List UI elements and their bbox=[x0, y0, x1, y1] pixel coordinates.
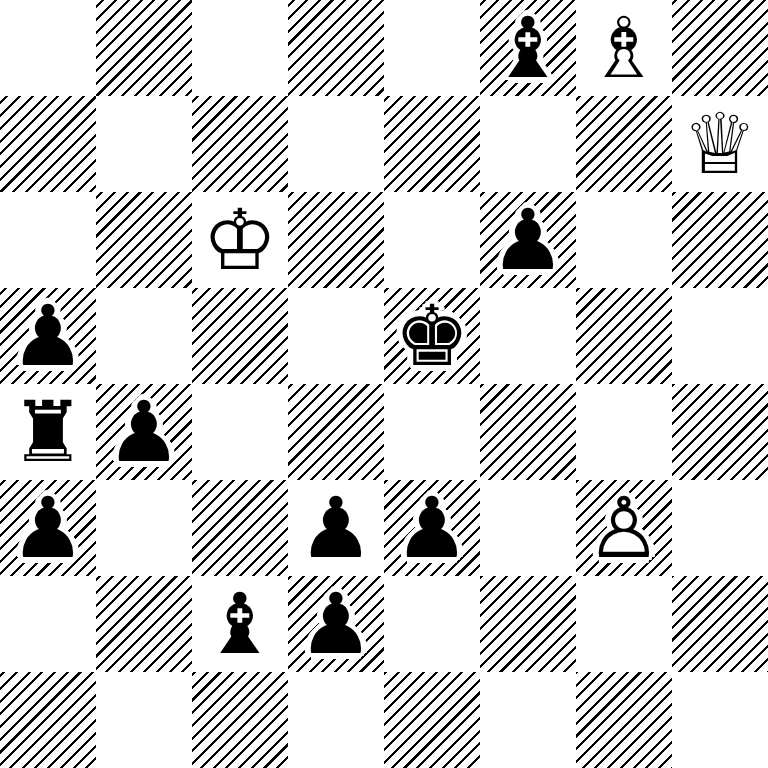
black-pawn[interactable]: ♟ bbox=[288, 576, 384, 672]
square-g7[interactable] bbox=[576, 96, 672, 192]
black-pawn[interactable]: ♟ bbox=[0, 288, 96, 384]
square-e4[interactable] bbox=[384, 384, 480, 480]
square-a3[interactable]: ♟ bbox=[0, 480, 96, 576]
black-pawn-glyph: ♟ bbox=[0, 480, 96, 576]
square-g5[interactable] bbox=[576, 288, 672, 384]
square-g6[interactable] bbox=[576, 192, 672, 288]
square-h4[interactable] bbox=[672, 384, 768, 480]
black-king-glyph: ♚ bbox=[384, 288, 480, 384]
square-d3[interactable]: ♟ bbox=[288, 480, 384, 576]
square-a2[interactable] bbox=[0, 576, 96, 672]
square-h1[interactable] bbox=[672, 672, 768, 768]
square-f2[interactable] bbox=[480, 576, 576, 672]
black-pawn-glyph: ♟ bbox=[0, 288, 96, 384]
white-bishop[interactable]: ♝♗ bbox=[576, 0, 672, 96]
square-c6[interactable]: ♚♔ bbox=[192, 192, 288, 288]
square-d7[interactable] bbox=[288, 96, 384, 192]
square-f5[interactable] bbox=[480, 288, 576, 384]
square-b6[interactable] bbox=[96, 192, 192, 288]
black-pawn-glyph: ♟ bbox=[288, 480, 384, 576]
square-g4[interactable] bbox=[576, 384, 672, 480]
square-d5[interactable] bbox=[288, 288, 384, 384]
square-e7[interactable] bbox=[384, 96, 480, 192]
chess-board: ♝♝♗♛♕♚♔♟♟♚♜♟♟♟♟♟♙♝♟ bbox=[0, 0, 768, 768]
square-a1[interactable] bbox=[0, 672, 96, 768]
square-b8[interactable] bbox=[96, 0, 192, 96]
square-f8[interactable]: ♝ bbox=[480, 0, 576, 96]
square-b3[interactable] bbox=[96, 480, 192, 576]
square-c4[interactable] bbox=[192, 384, 288, 480]
black-pawn[interactable]: ♟ bbox=[480, 192, 576, 288]
black-rook[interactable]: ♜ bbox=[0, 384, 96, 480]
square-g1[interactable] bbox=[576, 672, 672, 768]
square-g3[interactable]: ♟♙ bbox=[576, 480, 672, 576]
square-e6[interactable] bbox=[384, 192, 480, 288]
black-pawn-glyph: ♟ bbox=[384, 480, 480, 576]
square-e8[interactable] bbox=[384, 0, 480, 96]
square-b5[interactable] bbox=[96, 288, 192, 384]
square-c2[interactable]: ♝ bbox=[192, 576, 288, 672]
white-queen[interactable]: ♛♕ bbox=[672, 96, 768, 192]
square-a6[interactable] bbox=[0, 192, 96, 288]
square-h5[interactable] bbox=[672, 288, 768, 384]
square-g8[interactable]: ♝♗ bbox=[576, 0, 672, 96]
square-f3[interactable] bbox=[480, 480, 576, 576]
square-d6[interactable] bbox=[288, 192, 384, 288]
black-bishop[interactable]: ♝ bbox=[192, 576, 288, 672]
square-g2[interactable] bbox=[576, 576, 672, 672]
white-king-glyph: ♔ bbox=[192, 192, 288, 288]
square-e3[interactable]: ♟ bbox=[384, 480, 480, 576]
black-bishop[interactable]: ♝ bbox=[480, 0, 576, 96]
white-pawn[interactable]: ♟♙ bbox=[576, 480, 672, 576]
square-b2[interactable] bbox=[96, 576, 192, 672]
square-a4[interactable]: ♜ bbox=[0, 384, 96, 480]
white-queen-glyph: ♕ bbox=[672, 96, 768, 192]
square-a5[interactable]: ♟ bbox=[0, 288, 96, 384]
square-d8[interactable] bbox=[288, 0, 384, 96]
square-e2[interactable] bbox=[384, 576, 480, 672]
black-king[interactable]: ♚ bbox=[384, 288, 480, 384]
black-pawn-glyph: ♟ bbox=[288, 576, 384, 672]
black-bishop-glyph: ♝ bbox=[480, 0, 576, 96]
square-b1[interactable] bbox=[96, 672, 192, 768]
square-e1[interactable] bbox=[384, 672, 480, 768]
square-h7[interactable]: ♛♕ bbox=[672, 96, 768, 192]
square-f6[interactable]: ♟ bbox=[480, 192, 576, 288]
square-b4[interactable]: ♟ bbox=[96, 384, 192, 480]
square-b7[interactable] bbox=[96, 96, 192, 192]
square-h6[interactable] bbox=[672, 192, 768, 288]
square-a8[interactable] bbox=[0, 0, 96, 96]
black-pawn-glyph: ♟ bbox=[480, 192, 576, 288]
black-pawn-glyph: ♟ bbox=[96, 384, 192, 480]
black-rook-glyph: ♜ bbox=[0, 384, 96, 480]
square-f1[interactable] bbox=[480, 672, 576, 768]
black-pawn[interactable]: ♟ bbox=[384, 480, 480, 576]
square-d4[interactable] bbox=[288, 384, 384, 480]
white-pawn-glyph: ♙ bbox=[576, 480, 672, 576]
square-h2[interactable] bbox=[672, 576, 768, 672]
square-c8[interactable] bbox=[192, 0, 288, 96]
square-d2[interactable]: ♟ bbox=[288, 576, 384, 672]
square-f7[interactable] bbox=[480, 96, 576, 192]
square-e5[interactable]: ♚ bbox=[384, 288, 480, 384]
square-h3[interactable] bbox=[672, 480, 768, 576]
white-king[interactable]: ♚♔ bbox=[192, 192, 288, 288]
square-d1[interactable] bbox=[288, 672, 384, 768]
square-c1[interactable] bbox=[192, 672, 288, 768]
black-pawn[interactable]: ♟ bbox=[96, 384, 192, 480]
square-c3[interactable] bbox=[192, 480, 288, 576]
white-bishop-glyph: ♗ bbox=[576, 0, 672, 96]
black-bishop-glyph: ♝ bbox=[192, 576, 288, 672]
black-pawn[interactable]: ♟ bbox=[0, 480, 96, 576]
square-h8[interactable] bbox=[672, 0, 768, 96]
square-c5[interactable] bbox=[192, 288, 288, 384]
square-f4[interactable] bbox=[480, 384, 576, 480]
square-a7[interactable] bbox=[0, 96, 96, 192]
square-c7[interactable] bbox=[192, 96, 288, 192]
black-pawn[interactable]: ♟ bbox=[288, 480, 384, 576]
